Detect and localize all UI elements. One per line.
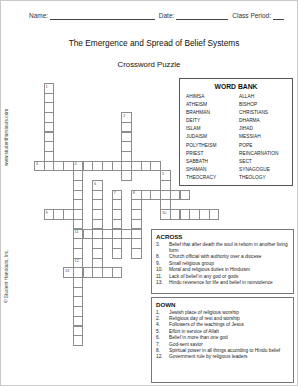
cell-number: 8 xyxy=(132,191,141,196)
word-bank-item: ISLAM xyxy=(186,125,239,133)
cell-number: 3 xyxy=(35,162,44,167)
class-period-label: Class Period: xyxy=(232,12,271,20)
clue-text: Government rule by religious leaders xyxy=(169,354,290,360)
cell-number: 13 xyxy=(64,268,73,273)
word-bank-item: SABBATH xyxy=(186,158,239,166)
cell-number: 6 xyxy=(93,181,102,186)
worksheet-page: Name: Date: Class Period: The Emergence … xyxy=(0,0,298,386)
page-subtitle: Crossword Puzzle xyxy=(11,60,287,69)
word-bank-item: CHRISTIANS xyxy=(239,109,292,117)
word-bank-item: SHAMAN xyxy=(186,166,239,174)
down-clue: 12. Government rule by religious leaders xyxy=(156,354,290,360)
crossword-cell[interactable] xyxy=(121,170,132,181)
crossword-cell[interactable] xyxy=(209,209,220,220)
name-label: Name: xyxy=(29,12,48,20)
word-bank-item: ALLAH xyxy=(239,93,292,101)
cell-number: 9 xyxy=(45,210,54,215)
cell-number: 2 xyxy=(122,113,131,118)
word-bank-item: JIHAD xyxy=(239,125,292,133)
crossword-cell[interactable] xyxy=(73,335,84,346)
word-bank-item: THEOCRACY xyxy=(186,174,239,182)
word-bank-item: BRAHMAN xyxy=(186,109,239,117)
cell-number: 1 xyxy=(45,84,54,89)
down-title: DOWN xyxy=(156,301,290,308)
word-bank: WORD BANK AHIMSAATHEISMBRAHMANDEITYISLAM… xyxy=(179,78,293,186)
across-clues-box: ACROSS 3. Belief that after death the so… xyxy=(151,229,294,294)
word-bank-column-2: ALLAHBISHOPCHRISTIANSDHARMAJIHADMESSIAHP… xyxy=(239,93,292,182)
crossword-cell[interactable] xyxy=(180,190,191,201)
word-bank-item: JUDAISM xyxy=(186,133,239,141)
copyright-credit: © Student Handouts, Inc. xyxy=(4,249,9,303)
word-bank-item: MESSIAH xyxy=(239,133,292,141)
crossword-cell[interactable] xyxy=(112,267,123,278)
cell-number: 4 xyxy=(74,162,83,167)
name-field[interactable] xyxy=(50,12,155,20)
across-clue: 13. Hindu reverence for life and belief … xyxy=(156,280,290,286)
clue-text: Hindu reverence for life and belief in n… xyxy=(169,280,290,286)
word-bank-item: BISHOP xyxy=(239,101,292,109)
page-title: The Emergence and Spread of Belief Syste… xyxy=(11,38,297,48)
across-title: ACROSS xyxy=(156,233,290,240)
clue-number: 13. xyxy=(156,280,169,286)
word-bank-item: PRIEST xyxy=(186,150,239,158)
word-bank-item: SECT xyxy=(239,158,292,166)
word-bank-item: SYNAGOGUE xyxy=(239,166,292,174)
word-bank-item: THEOLOGY xyxy=(239,174,292,182)
clue-number: 3. xyxy=(156,242,169,255)
word-bank-item: DHARMA xyxy=(239,117,292,125)
cell-number: 5 xyxy=(161,171,170,176)
across-clue-list: 3. Belief that after death the soul is r… xyxy=(156,242,290,287)
date-field[interactable] xyxy=(176,12,228,20)
across-clue: 3. Belief that after death the soul is r… xyxy=(156,242,290,255)
cell-number: 11 xyxy=(74,230,83,235)
header: Name: Date: Class Period: xyxy=(29,12,284,20)
cell-number: 7 xyxy=(113,191,122,196)
class-period-field[interactable] xyxy=(273,12,284,20)
crossword-cell[interactable] xyxy=(112,248,123,259)
word-bank-columns: AHIMSAATHEISMBRAHMANDEITYISLAMJUDAISMPOL… xyxy=(180,93,292,182)
word-bank-item: REINCARNATION xyxy=(239,150,292,158)
clue-number: 12. xyxy=(156,354,169,360)
word-bank-item: ATHEISM xyxy=(186,101,239,109)
cell-number: 12 xyxy=(74,259,83,264)
date-label: Date: xyxy=(159,12,175,20)
down-clues-box: DOWN 1. Jewish place of religious worshi… xyxy=(151,297,294,383)
website-credit: www.studenthandouts.com xyxy=(4,109,9,166)
crossword-cell[interactable] xyxy=(131,248,142,259)
word-bank-title: WORD BANK xyxy=(180,83,292,90)
word-bank-item: DEITY xyxy=(186,117,239,125)
word-bank-item: POLYTHEISM xyxy=(186,142,239,150)
clue-text: Belief that after death the soul is rebo… xyxy=(169,242,290,255)
word-bank-item: AHIMSA xyxy=(186,93,239,101)
word-bank-column-1: AHIMSAATHEISMBRAHMANDEITYISLAMJUDAISMPOL… xyxy=(186,93,239,182)
word-bank-item: POPE xyxy=(239,142,292,150)
cell-number: 10 xyxy=(161,210,170,215)
down-clue-list: 1. Jewish place of religious worship 2. … xyxy=(156,310,290,361)
